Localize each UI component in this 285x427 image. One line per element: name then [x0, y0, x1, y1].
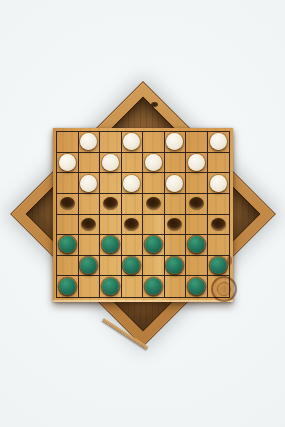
- board-cell: [143, 132, 165, 153]
- board-cell: [208, 235, 230, 256]
- board-cell[interactable]: ⛂: [186, 276, 208, 297]
- board-cell[interactable]: [79, 215, 101, 236]
- board-cell[interactable]: [122, 215, 144, 236]
- board-cell: [208, 194, 230, 215]
- board-cell: [165, 235, 187, 256]
- board-cell[interactable]: ⛀: [165, 173, 187, 194]
- white-peg[interactable]: ⛀: [123, 133, 140, 150]
- board-cell[interactable]: ⛂: [57, 235, 79, 256]
- empty-hole[interactable]: [103, 197, 118, 210]
- board-cell[interactable]: ⛂: [100, 235, 122, 256]
- photo-scene: ⛀⛀⛀⛀⛀⛀⛀⛀⛀⛀⛀⛀⛂⛂⛂⛂⛂⛂⛂⛂⛂⛂⛂⛂: [0, 0, 285, 427]
- board-cell: [165, 194, 187, 215]
- empty-hole[interactable]: [60, 197, 75, 210]
- board-cell: [57, 173, 79, 194]
- wood-stain-mark: [227, 256, 232, 265]
- green-peg[interactable]: ⛂: [102, 236, 119, 253]
- board-cell[interactable]: [100, 194, 122, 215]
- green-peg[interactable]: ⛂: [80, 257, 97, 274]
- board-cell[interactable]: ⛂: [57, 276, 79, 297]
- white-peg[interactable]: ⛀: [166, 175, 183, 192]
- board-cell: [143, 215, 165, 236]
- board-cell[interactable]: [143, 194, 165, 215]
- board-cell: [79, 235, 101, 256]
- green-peg[interactable]: ⛂: [102, 278, 119, 295]
- board-cell: [186, 256, 208, 277]
- empty-hole[interactable]: [211, 218, 226, 231]
- empty-hole[interactable]: [189, 197, 204, 210]
- green-peg[interactable]: ⛂: [188, 278, 205, 295]
- board-cell: [143, 173, 165, 194]
- maker-stamp-logo: [211, 276, 237, 302]
- board-cell[interactable]: ⛂: [79, 256, 101, 277]
- green-peg[interactable]: ⛂: [210, 257, 227, 274]
- board-cell[interactable]: ⛂: [208, 256, 230, 277]
- board-cell: [122, 235, 144, 256]
- board-cell[interactable]: ⛀: [208, 132, 230, 153]
- board-cell: [100, 215, 122, 236]
- board-cell[interactable]: ⛀: [79, 132, 101, 153]
- white-peg[interactable]: ⛀: [210, 133, 227, 150]
- board-cell[interactable]: ⛂: [122, 256, 144, 277]
- board-cell[interactable]: ⛂: [165, 256, 187, 277]
- green-peg[interactable]: ⛂: [188, 236, 205, 253]
- board-cell[interactable]: ⛂: [143, 235, 165, 256]
- empty-hole[interactable]: [167, 218, 182, 231]
- board-cell: [79, 153, 101, 174]
- green-peg[interactable]: ⛂: [166, 257, 183, 274]
- board-cell[interactable]: ⛀: [57, 153, 79, 174]
- board-cell: [100, 173, 122, 194]
- board-cell[interactable]: [186, 194, 208, 215]
- board-cell[interactable]: [165, 215, 187, 236]
- white-peg[interactable]: ⛀: [80, 133, 97, 150]
- board-cell: [143, 256, 165, 277]
- green-peg[interactable]: ⛂: [59, 236, 76, 253]
- board-cell: [122, 194, 144, 215]
- board-cell: [165, 276, 187, 297]
- board-cell: [100, 132, 122, 153]
- board-cell[interactable]: ⛀: [208, 173, 230, 194]
- green-peg[interactable]: ⛂: [123, 257, 140, 274]
- board-cell[interactable]: ⛀: [122, 173, 144, 194]
- board-cell[interactable]: ⛀: [143, 153, 165, 174]
- board-cell: [57, 256, 79, 277]
- board-cell: [186, 215, 208, 236]
- tray-knot-hole: [151, 102, 158, 107]
- empty-hole[interactable]: [124, 218, 139, 231]
- board-cell: [122, 153, 144, 174]
- white-peg[interactable]: ⛀: [210, 175, 227, 192]
- board-cell: [122, 276, 144, 297]
- white-peg[interactable]: ⛀: [166, 133, 183, 150]
- board-cell[interactable]: ⛂: [143, 276, 165, 297]
- board-cell: [57, 215, 79, 236]
- board-cell: [208, 153, 230, 174]
- white-peg[interactable]: ⛀: [59, 154, 76, 171]
- board-grid: ⛀⛀⛀⛀⛀⛀⛀⛀⛀⛀⛀⛀⛂⛂⛂⛂⛂⛂⛂⛂⛂⛂⛂⛂: [56, 131, 230, 298]
- white-peg[interactable]: ⛀: [102, 154, 119, 171]
- board-cell: [186, 173, 208, 194]
- white-peg[interactable]: ⛀: [145, 154, 162, 171]
- board-cell[interactable]: ⛀: [186, 153, 208, 174]
- white-peg[interactable]: ⛀: [123, 175, 140, 192]
- board-cell: [79, 194, 101, 215]
- white-peg[interactable]: ⛀: [80, 175, 97, 192]
- board-cell[interactable]: ⛂: [100, 276, 122, 297]
- green-peg[interactable]: ⛂: [145, 236, 162, 253]
- green-peg[interactable]: ⛂: [145, 278, 162, 295]
- board-cell: [186, 132, 208, 153]
- white-peg[interactable]: ⛀: [188, 154, 205, 171]
- board-cell[interactable]: ⛂: [186, 235, 208, 256]
- board-cell: [57, 132, 79, 153]
- green-peg[interactable]: ⛂: [59, 278, 76, 295]
- board-cell: [100, 256, 122, 277]
- board-cell[interactable]: [57, 194, 79, 215]
- checkers-board: ⛀⛀⛀⛀⛀⛀⛀⛀⛀⛀⛀⛀⛂⛂⛂⛂⛂⛂⛂⛂⛂⛂⛂⛂: [53, 128, 233, 302]
- empty-hole[interactable]: [146, 197, 161, 210]
- empty-hole[interactable]: [81, 218, 96, 231]
- board-cell[interactable]: [208, 215, 230, 236]
- board-cell[interactable]: ⛀: [122, 132, 144, 153]
- board-cell[interactable]: ⛀: [79, 173, 101, 194]
- board-cell: [79, 276, 101, 297]
- board-cell[interactable]: ⛀: [100, 153, 122, 174]
- board-cell: [165, 153, 187, 174]
- board-cell[interactable]: ⛀: [165, 132, 187, 153]
